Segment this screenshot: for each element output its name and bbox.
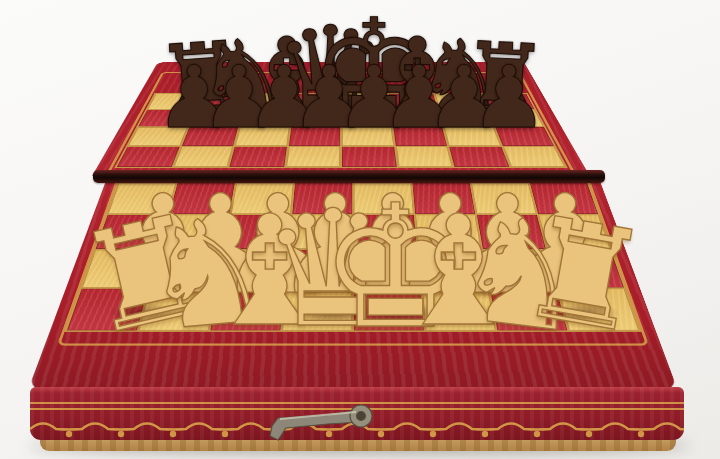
clasp-icon [248,396,388,444]
front-edge-highlight [30,387,684,393]
white-rook-h1[interactable]: ♜ [511,196,658,355]
black-pawn-h7[interactable]: ♟ [470,54,547,140]
square-a5[interactable] [117,146,179,166]
square-g5[interactable] [449,146,509,166]
square-c5[interactable] [229,146,286,166]
square-b5[interactable] [173,146,233,166]
photo-scene: ♜♞♝♛♚♝♞♜♟♟♟♟♟♟♟♟♟♟♟♟♟♟♟♟♜♞♝♛♚♝♞♜ [0,0,720,459]
square-h5[interactable] [503,146,565,166]
